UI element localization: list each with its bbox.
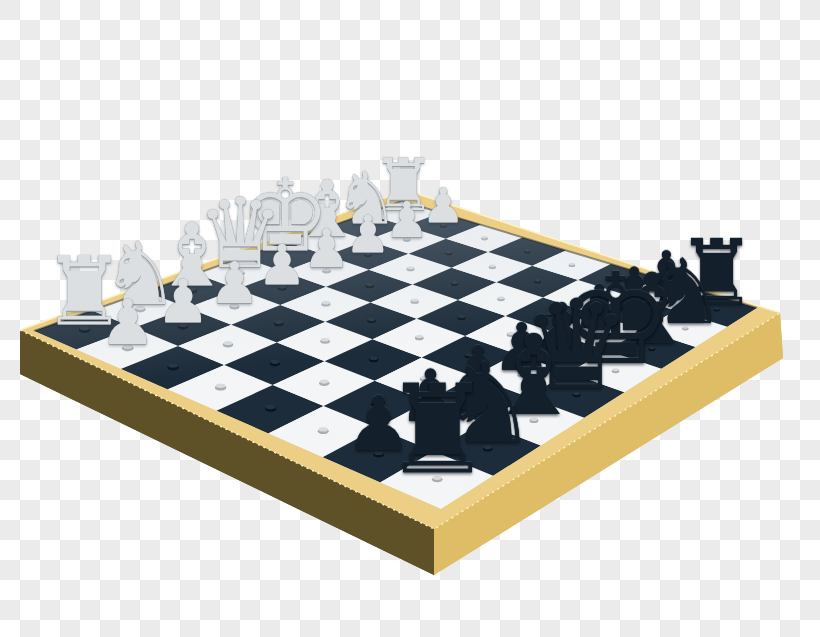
piece-white-pawn-f2[interactable]: ♟ [345, 208, 391, 259]
piece-white-pawn-g2[interactable]: ♟ [385, 195, 429, 245]
piece-white-pawn-d2[interactable]: ♟ [257, 238, 307, 293]
chess-set-render: ♜♞♝♛♚♝♞♜♟♟♟♟♟♟♟♟♟♟♟♟♟♟♟♟♜♞♝♛♚♝♞♜ [0, 0, 820, 637]
transparency-checker-background: { "game": "chess", "position": { "fen": … [0, 0, 820, 637]
piece-black-rook-a8[interactable]: ♜ [382, 369, 492, 491]
piece-white-pawn-b2[interactable]: ♟ [156, 272, 210, 332]
piece-white-pawn-c2[interactable]: ♟ [209, 255, 261, 313]
piece-white-pawn-a2[interactable]: ♟ [100, 292, 156, 355]
pieces-layer: ♜♞♝♛♚♝♞♜♟♟♟♟♟♟♟♟♟♟♟♟♟♟♟♟♜♞♝♛♚♝♞♜ [0, 0, 820, 637]
piece-white-pawn-e2[interactable]: ♟ [303, 223, 351, 276]
